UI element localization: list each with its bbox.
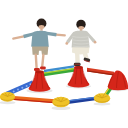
right-child-right-hand [94,41,97,44]
yellow-dome-bottom [52,97,70,107]
left-child-right-leg [42,55,43,67]
left-child-left-leg [36,55,37,68]
yellow-dome-right [94,93,110,103]
yellow-dome-left [0,92,15,102]
left-child-neck [40,28,42,30]
left-child-torso [31,31,49,49]
balance-course-scene [0,0,128,128]
left-child-left-shoe [34,68,40,71]
product-photo [0,0,128,128]
left-child-right-forearm [56,35,65,36]
yellow-dome-right-body [94,93,110,103]
right-child-left-hand [65,42,68,45]
left-child-right-shoe [40,66,46,69]
right-red-dome-top [74,66,83,69]
right-child-back-pant-leg [85,53,87,59]
